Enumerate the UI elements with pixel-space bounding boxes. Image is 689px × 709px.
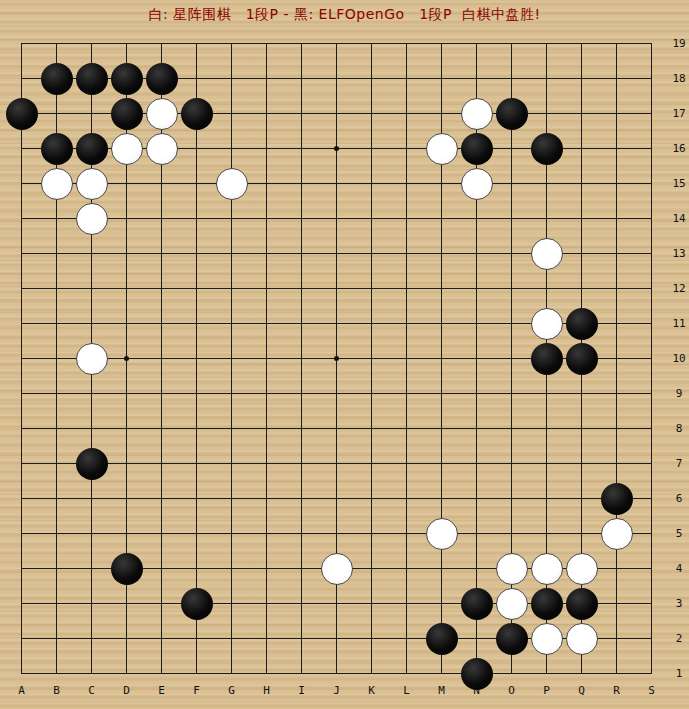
intersection-D9[interactable] bbox=[109, 376, 144, 411]
intersection-L18[interactable] bbox=[389, 61, 424, 96]
intersection-J15[interactable] bbox=[319, 166, 354, 201]
intersection-H18[interactable] bbox=[249, 61, 284, 96]
intersection-G9[interactable] bbox=[214, 376, 249, 411]
intersection-Q17[interactable] bbox=[564, 96, 599, 131]
intersection-F4[interactable] bbox=[179, 551, 214, 586]
intersection-I15[interactable] bbox=[284, 166, 319, 201]
intersection-A5[interactable] bbox=[4, 516, 39, 551]
intersection-O17[interactable] bbox=[494, 96, 529, 131]
intersection-E9[interactable] bbox=[144, 376, 179, 411]
intersection-B9[interactable] bbox=[39, 376, 74, 411]
intersection-K4[interactable] bbox=[354, 551, 389, 586]
intersection-L10[interactable] bbox=[389, 341, 424, 376]
intersection-S9[interactable] bbox=[634, 376, 669, 411]
intersection-E10[interactable] bbox=[144, 341, 179, 376]
intersection-G3[interactable] bbox=[214, 586, 249, 621]
intersection-E19[interactable] bbox=[144, 26, 179, 61]
intersection-F9[interactable] bbox=[179, 376, 214, 411]
intersection-C16[interactable] bbox=[74, 131, 109, 166]
intersection-H6[interactable] bbox=[249, 481, 284, 516]
intersection-L19[interactable] bbox=[389, 26, 424, 61]
intersection-J6[interactable] bbox=[319, 481, 354, 516]
intersection-L13[interactable] bbox=[389, 236, 424, 271]
intersection-B5[interactable] bbox=[39, 516, 74, 551]
intersection-N12[interactable] bbox=[459, 271, 494, 306]
intersection-S4[interactable] bbox=[634, 551, 669, 586]
intersection-R11[interactable] bbox=[599, 306, 634, 341]
intersection-Q2[interactable] bbox=[564, 621, 599, 656]
intersection-P4[interactable] bbox=[529, 551, 564, 586]
intersection-K17[interactable] bbox=[354, 96, 389, 131]
intersection-C2[interactable] bbox=[74, 621, 109, 656]
intersection-D16[interactable] bbox=[109, 131, 144, 166]
intersection-K5[interactable] bbox=[354, 516, 389, 551]
intersection-I18[interactable] bbox=[284, 61, 319, 96]
intersection-B11[interactable] bbox=[39, 306, 74, 341]
intersection-I5[interactable] bbox=[284, 516, 319, 551]
intersection-H4[interactable] bbox=[249, 551, 284, 586]
intersection-N6[interactable] bbox=[459, 481, 494, 516]
intersection-N10[interactable] bbox=[459, 341, 494, 376]
intersection-G15[interactable] bbox=[214, 166, 249, 201]
intersection-G4[interactable] bbox=[214, 551, 249, 586]
intersection-M14[interactable] bbox=[424, 201, 459, 236]
intersection-J12[interactable] bbox=[319, 271, 354, 306]
intersection-H10[interactable] bbox=[249, 341, 284, 376]
intersection-A12[interactable] bbox=[4, 271, 39, 306]
intersection-R8[interactable] bbox=[599, 411, 634, 446]
intersection-D6[interactable] bbox=[109, 481, 144, 516]
intersection-L6[interactable] bbox=[389, 481, 424, 516]
intersection-F8[interactable] bbox=[179, 411, 214, 446]
intersection-F14[interactable] bbox=[179, 201, 214, 236]
intersection-S19[interactable] bbox=[634, 26, 669, 61]
intersection-S6[interactable] bbox=[634, 481, 669, 516]
intersection-P3[interactable] bbox=[529, 586, 564, 621]
intersection-E3[interactable] bbox=[144, 586, 179, 621]
intersection-N5[interactable] bbox=[459, 516, 494, 551]
intersection-C7[interactable] bbox=[74, 446, 109, 481]
intersection-H14[interactable] bbox=[249, 201, 284, 236]
intersection-N16[interactable] bbox=[459, 131, 494, 166]
intersection-B18[interactable] bbox=[39, 61, 74, 96]
intersection-A19[interactable] bbox=[4, 26, 39, 61]
intersection-G11[interactable] bbox=[214, 306, 249, 341]
intersection-Q13[interactable] bbox=[564, 236, 599, 271]
intersection-L15[interactable] bbox=[389, 166, 424, 201]
intersection-H9[interactable] bbox=[249, 376, 284, 411]
intersection-R4[interactable] bbox=[599, 551, 634, 586]
intersection-P19[interactable] bbox=[529, 26, 564, 61]
intersection-C11[interactable] bbox=[74, 306, 109, 341]
intersection-M4[interactable] bbox=[424, 551, 459, 586]
intersection-I11[interactable] bbox=[284, 306, 319, 341]
intersection-M10[interactable] bbox=[424, 341, 459, 376]
intersection-F18[interactable] bbox=[179, 61, 214, 96]
intersection-D8[interactable] bbox=[109, 411, 144, 446]
intersection-A9[interactable] bbox=[4, 376, 39, 411]
intersection-C14[interactable] bbox=[74, 201, 109, 236]
intersection-G8[interactable] bbox=[214, 411, 249, 446]
intersection-Q4[interactable] bbox=[564, 551, 599, 586]
intersection-D11[interactable] bbox=[109, 306, 144, 341]
intersection-L17[interactable] bbox=[389, 96, 424, 131]
intersection-M19[interactable] bbox=[424, 26, 459, 61]
intersection-Q14[interactable] bbox=[564, 201, 599, 236]
intersection-N19[interactable] bbox=[459, 26, 494, 61]
intersection-C6[interactable] bbox=[74, 481, 109, 516]
intersection-Q7[interactable] bbox=[564, 446, 599, 481]
intersection-K2[interactable] bbox=[354, 621, 389, 656]
intersection-F16[interactable] bbox=[179, 131, 214, 166]
intersection-P11[interactable] bbox=[529, 306, 564, 341]
intersection-O7[interactable] bbox=[494, 446, 529, 481]
intersection-Q6[interactable] bbox=[564, 481, 599, 516]
intersection-O18[interactable] bbox=[494, 61, 529, 96]
intersection-F12[interactable] bbox=[179, 271, 214, 306]
intersection-Q11[interactable] bbox=[564, 306, 599, 341]
intersection-L9[interactable] bbox=[389, 376, 424, 411]
intersection-S7[interactable] bbox=[634, 446, 669, 481]
intersection-N9[interactable] bbox=[459, 376, 494, 411]
intersection-C15[interactable] bbox=[74, 166, 109, 201]
intersection-A18[interactable] bbox=[4, 61, 39, 96]
intersection-P7[interactable] bbox=[529, 446, 564, 481]
intersection-G6[interactable] bbox=[214, 481, 249, 516]
intersection-I4[interactable] bbox=[284, 551, 319, 586]
intersection-J18[interactable] bbox=[319, 61, 354, 96]
intersection-I13[interactable] bbox=[284, 236, 319, 271]
intersection-R3[interactable] bbox=[599, 586, 634, 621]
intersection-J9[interactable] bbox=[319, 376, 354, 411]
intersection-D10[interactable] bbox=[109, 341, 144, 376]
intersection-G17[interactable] bbox=[214, 96, 249, 131]
intersection-A4[interactable] bbox=[4, 551, 39, 586]
intersection-O3[interactable] bbox=[494, 586, 529, 621]
intersection-A15[interactable] bbox=[4, 166, 39, 201]
intersection-P18[interactable] bbox=[529, 61, 564, 96]
intersection-G7[interactable] bbox=[214, 446, 249, 481]
intersection-J10[interactable] bbox=[319, 341, 354, 376]
intersection-H2[interactable] bbox=[249, 621, 284, 656]
intersection-J14[interactable] bbox=[319, 201, 354, 236]
intersection-B6[interactable] bbox=[39, 481, 74, 516]
intersection-P2[interactable] bbox=[529, 621, 564, 656]
intersection-O11[interactable] bbox=[494, 306, 529, 341]
intersection-C19[interactable] bbox=[74, 26, 109, 61]
intersection-J2[interactable] bbox=[319, 621, 354, 656]
intersection-H17[interactable] bbox=[249, 96, 284, 131]
intersection-R9[interactable] bbox=[599, 376, 634, 411]
intersection-M16[interactable] bbox=[424, 131, 459, 166]
intersection-K10[interactable] bbox=[354, 341, 389, 376]
intersection-F19[interactable] bbox=[179, 26, 214, 61]
intersection-R10[interactable] bbox=[599, 341, 634, 376]
intersection-E15[interactable] bbox=[144, 166, 179, 201]
intersection-A13[interactable] bbox=[4, 236, 39, 271]
intersection-R19[interactable] bbox=[599, 26, 634, 61]
intersection-M13[interactable] bbox=[424, 236, 459, 271]
intersection-N18[interactable] bbox=[459, 61, 494, 96]
intersection-D7[interactable] bbox=[109, 446, 144, 481]
intersection-C12[interactable] bbox=[74, 271, 109, 306]
intersection-O4[interactable] bbox=[494, 551, 529, 586]
intersection-L14[interactable] bbox=[389, 201, 424, 236]
intersection-O16[interactable] bbox=[494, 131, 529, 166]
intersection-S13[interactable] bbox=[634, 236, 669, 271]
intersection-B12[interactable] bbox=[39, 271, 74, 306]
intersection-O6[interactable] bbox=[494, 481, 529, 516]
intersection-L5[interactable] bbox=[389, 516, 424, 551]
intersection-Q18[interactable] bbox=[564, 61, 599, 96]
intersection-M11[interactable] bbox=[424, 306, 459, 341]
intersection-H11[interactable] bbox=[249, 306, 284, 341]
intersection-S16[interactable] bbox=[634, 131, 669, 166]
intersection-K15[interactable] bbox=[354, 166, 389, 201]
intersection-H15[interactable] bbox=[249, 166, 284, 201]
intersection-A10[interactable] bbox=[4, 341, 39, 376]
intersection-E7[interactable] bbox=[144, 446, 179, 481]
intersection-I8[interactable] bbox=[284, 411, 319, 446]
intersection-C9[interactable] bbox=[74, 376, 109, 411]
intersection-I19[interactable] bbox=[284, 26, 319, 61]
intersection-R14[interactable] bbox=[599, 201, 634, 236]
intersection-Q8[interactable] bbox=[564, 411, 599, 446]
intersection-F13[interactable] bbox=[179, 236, 214, 271]
intersection-G19[interactable] bbox=[214, 26, 249, 61]
intersection-O2[interactable] bbox=[494, 621, 529, 656]
intersection-P9[interactable] bbox=[529, 376, 564, 411]
intersection-S3[interactable] bbox=[634, 586, 669, 621]
intersection-H16[interactable] bbox=[249, 131, 284, 166]
intersection-D19[interactable] bbox=[109, 26, 144, 61]
intersection-N11[interactable] bbox=[459, 306, 494, 341]
intersection-S12[interactable] bbox=[634, 271, 669, 306]
intersection-D3[interactable] bbox=[109, 586, 144, 621]
intersection-I7[interactable] bbox=[284, 446, 319, 481]
intersection-J4[interactable] bbox=[319, 551, 354, 586]
intersection-N4[interactable] bbox=[459, 551, 494, 586]
intersection-M15[interactable] bbox=[424, 166, 459, 201]
intersection-N13[interactable] bbox=[459, 236, 494, 271]
intersection-B14[interactable] bbox=[39, 201, 74, 236]
intersection-N3[interactable] bbox=[459, 586, 494, 621]
intersection-K16[interactable] bbox=[354, 131, 389, 166]
intersection-L11[interactable] bbox=[389, 306, 424, 341]
intersection-K9[interactable] bbox=[354, 376, 389, 411]
intersection-S5[interactable] bbox=[634, 516, 669, 551]
intersection-B4[interactable] bbox=[39, 551, 74, 586]
intersection-O5[interactable] bbox=[494, 516, 529, 551]
intersection-F10[interactable] bbox=[179, 341, 214, 376]
intersection-K12[interactable] bbox=[354, 271, 389, 306]
intersection-C4[interactable] bbox=[74, 551, 109, 586]
intersection-D13[interactable] bbox=[109, 236, 144, 271]
intersection-F3[interactable] bbox=[179, 586, 214, 621]
intersection-M12[interactable] bbox=[424, 271, 459, 306]
intersection-P17[interactable] bbox=[529, 96, 564, 131]
intersection-O13[interactable] bbox=[494, 236, 529, 271]
intersection-Q19[interactable] bbox=[564, 26, 599, 61]
intersection-I9[interactable] bbox=[284, 376, 319, 411]
intersection-N15[interactable] bbox=[459, 166, 494, 201]
intersection-B15[interactable] bbox=[39, 166, 74, 201]
intersection-L7[interactable] bbox=[389, 446, 424, 481]
intersection-E11[interactable] bbox=[144, 306, 179, 341]
intersection-M18[interactable] bbox=[424, 61, 459, 96]
intersection-C10[interactable] bbox=[74, 341, 109, 376]
intersection-O15[interactable] bbox=[494, 166, 529, 201]
intersection-G14[interactable] bbox=[214, 201, 249, 236]
intersection-B19[interactable] bbox=[39, 26, 74, 61]
intersection-F2[interactable] bbox=[179, 621, 214, 656]
intersection-N2[interactable] bbox=[459, 621, 494, 656]
intersection-L2[interactable] bbox=[389, 621, 424, 656]
intersection-S15[interactable] bbox=[634, 166, 669, 201]
intersection-P13[interactable] bbox=[529, 236, 564, 271]
intersection-D4[interactable] bbox=[109, 551, 144, 586]
intersection-H19[interactable] bbox=[249, 26, 284, 61]
intersection-G2[interactable] bbox=[214, 621, 249, 656]
intersection-N7[interactable] bbox=[459, 446, 494, 481]
intersection-L4[interactable] bbox=[389, 551, 424, 586]
intersection-G18[interactable] bbox=[214, 61, 249, 96]
intersection-J11[interactable] bbox=[319, 306, 354, 341]
intersection-K18[interactable] bbox=[354, 61, 389, 96]
intersection-I10[interactable] bbox=[284, 341, 319, 376]
intersection-M17[interactable] bbox=[424, 96, 459, 131]
intersection-A14[interactable] bbox=[4, 201, 39, 236]
intersection-H12[interactable] bbox=[249, 271, 284, 306]
intersection-B3[interactable] bbox=[39, 586, 74, 621]
intersection-G5[interactable] bbox=[214, 516, 249, 551]
intersection-P5[interactable] bbox=[529, 516, 564, 551]
intersection-G12[interactable] bbox=[214, 271, 249, 306]
intersection-D2[interactable] bbox=[109, 621, 144, 656]
intersection-E14[interactable] bbox=[144, 201, 179, 236]
intersection-O14[interactable] bbox=[494, 201, 529, 236]
intersection-E5[interactable] bbox=[144, 516, 179, 551]
intersection-G16[interactable] bbox=[214, 131, 249, 166]
intersection-H3[interactable] bbox=[249, 586, 284, 621]
intersection-F6[interactable] bbox=[179, 481, 214, 516]
intersection-S8[interactable] bbox=[634, 411, 669, 446]
intersection-E2[interactable] bbox=[144, 621, 179, 656]
intersection-E18[interactable] bbox=[144, 61, 179, 96]
board[interactable] bbox=[4, 26, 669, 691]
intersection-H13[interactable] bbox=[249, 236, 284, 271]
intersection-K14[interactable] bbox=[354, 201, 389, 236]
intersection-C18[interactable] bbox=[74, 61, 109, 96]
intersection-I3[interactable] bbox=[284, 586, 319, 621]
intersection-R17[interactable] bbox=[599, 96, 634, 131]
intersection-K13[interactable] bbox=[354, 236, 389, 271]
intersection-M7[interactable] bbox=[424, 446, 459, 481]
intersection-D14[interactable] bbox=[109, 201, 144, 236]
intersection-N17[interactable] bbox=[459, 96, 494, 131]
intersection-M5[interactable] bbox=[424, 516, 459, 551]
intersection-J17[interactable] bbox=[319, 96, 354, 131]
intersection-L3[interactable] bbox=[389, 586, 424, 621]
intersection-M9[interactable] bbox=[424, 376, 459, 411]
intersection-S2[interactable] bbox=[634, 621, 669, 656]
intersection-O12[interactable] bbox=[494, 271, 529, 306]
intersection-P6[interactable] bbox=[529, 481, 564, 516]
intersection-O8[interactable] bbox=[494, 411, 529, 446]
intersection-F5[interactable] bbox=[179, 516, 214, 551]
intersection-R15[interactable] bbox=[599, 166, 634, 201]
intersection-R2[interactable] bbox=[599, 621, 634, 656]
intersection-P10[interactable] bbox=[529, 341, 564, 376]
intersection-J7[interactable] bbox=[319, 446, 354, 481]
intersection-P16[interactable] bbox=[529, 131, 564, 166]
intersection-K19[interactable] bbox=[354, 26, 389, 61]
intersection-A6[interactable] bbox=[4, 481, 39, 516]
intersection-B10[interactable] bbox=[39, 341, 74, 376]
intersection-L16[interactable] bbox=[389, 131, 424, 166]
intersection-B16[interactable] bbox=[39, 131, 74, 166]
intersection-P14[interactable] bbox=[529, 201, 564, 236]
intersection-P8[interactable] bbox=[529, 411, 564, 446]
intersection-B8[interactable] bbox=[39, 411, 74, 446]
intersection-O10[interactable] bbox=[494, 341, 529, 376]
intersection-K6[interactable] bbox=[354, 481, 389, 516]
intersection-F11[interactable] bbox=[179, 306, 214, 341]
intersection-I14[interactable] bbox=[284, 201, 319, 236]
intersection-Q15[interactable] bbox=[564, 166, 599, 201]
intersection-A8[interactable] bbox=[4, 411, 39, 446]
intersection-H5[interactable] bbox=[249, 516, 284, 551]
intersection-S17[interactable] bbox=[634, 96, 669, 131]
intersection-R7[interactable] bbox=[599, 446, 634, 481]
intersection-A7[interactable] bbox=[4, 446, 39, 481]
intersection-J5[interactable] bbox=[319, 516, 354, 551]
intersection-F7[interactable] bbox=[179, 446, 214, 481]
intersection-O9[interactable] bbox=[494, 376, 529, 411]
intersection-K8[interactable] bbox=[354, 411, 389, 446]
intersection-D18[interactable] bbox=[109, 61, 144, 96]
intersection-N14[interactable] bbox=[459, 201, 494, 236]
intersection-E13[interactable] bbox=[144, 236, 179, 271]
intersection-A3[interactable] bbox=[4, 586, 39, 621]
intersection-A17[interactable] bbox=[4, 96, 39, 131]
intersection-A16[interactable] bbox=[4, 131, 39, 166]
intersection-Q10[interactable] bbox=[564, 341, 599, 376]
intersection-S10[interactable] bbox=[634, 341, 669, 376]
intersection-R12[interactable] bbox=[599, 271, 634, 306]
intersection-J13[interactable] bbox=[319, 236, 354, 271]
intersection-P12[interactable] bbox=[529, 271, 564, 306]
intersection-C5[interactable] bbox=[74, 516, 109, 551]
intersection-H8[interactable] bbox=[249, 411, 284, 446]
intersection-I16[interactable] bbox=[284, 131, 319, 166]
intersection-E12[interactable] bbox=[144, 271, 179, 306]
intersection-R16[interactable] bbox=[599, 131, 634, 166]
intersection-J19[interactable] bbox=[319, 26, 354, 61]
intersection-C17[interactable] bbox=[74, 96, 109, 131]
intersection-K3[interactable] bbox=[354, 586, 389, 621]
intersection-K11[interactable] bbox=[354, 306, 389, 341]
intersection-J8[interactable] bbox=[319, 411, 354, 446]
intersection-L12[interactable] bbox=[389, 271, 424, 306]
intersection-E6[interactable] bbox=[144, 481, 179, 516]
intersection-Q5[interactable] bbox=[564, 516, 599, 551]
intersection-E4[interactable] bbox=[144, 551, 179, 586]
intersection-C8[interactable] bbox=[74, 411, 109, 446]
intersection-E8[interactable] bbox=[144, 411, 179, 446]
intersection-M8[interactable] bbox=[424, 411, 459, 446]
intersection-L8[interactable] bbox=[389, 411, 424, 446]
